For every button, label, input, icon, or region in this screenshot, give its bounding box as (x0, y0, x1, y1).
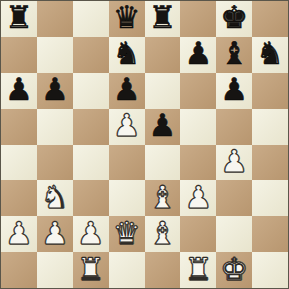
square-c1[interactable]: ♜ (73, 252, 109, 288)
piece-black-knight[interactable]: ♞ (113, 38, 141, 69)
square-g6[interactable]: ♟ (216, 73, 252, 109)
square-b5[interactable] (37, 109, 73, 145)
square-h3[interactable] (252, 180, 288, 216)
square-c2[interactable]: ♟ (73, 216, 109, 252)
square-g7[interactable]: ♝ (216, 37, 252, 73)
piece-white-pawn[interactable]: ♟ (184, 182, 212, 213)
square-g5[interactable] (216, 109, 252, 145)
piece-white-knight[interactable]: ♞ (41, 182, 69, 213)
square-f3[interactable]: ♟ (180, 180, 216, 216)
square-e3[interactable]: ♝ (145, 180, 181, 216)
square-e4[interactable] (145, 145, 181, 181)
square-a3[interactable] (1, 180, 37, 216)
square-b4[interactable] (37, 145, 73, 181)
piece-white-pawn[interactable]: ♟ (41, 218, 69, 249)
square-a5[interactable] (1, 109, 37, 145)
square-d4[interactable] (109, 145, 145, 181)
piece-black-bishop[interactable]: ♝ (220, 38, 248, 69)
square-h1[interactable] (252, 252, 288, 288)
piece-black-pawn[interactable]: ♟ (220, 74, 248, 105)
square-c5[interactable] (73, 109, 109, 145)
square-f2[interactable] (180, 216, 216, 252)
square-b2[interactable]: ♟ (37, 216, 73, 252)
piece-white-pawn[interactable]: ♟ (77, 218, 105, 249)
square-e8[interactable]: ♜ (145, 1, 181, 37)
square-a4[interactable] (1, 145, 37, 181)
square-h7[interactable]: ♞ (252, 37, 288, 73)
piece-black-knight[interactable]: ♞ (256, 38, 284, 69)
square-d6[interactable]: ♟ (109, 73, 145, 109)
square-b8[interactable] (37, 1, 73, 37)
square-b7[interactable] (37, 37, 73, 73)
square-d7[interactable]: ♞ (109, 37, 145, 73)
square-b6[interactable]: ♟ (37, 73, 73, 109)
piece-black-rook[interactable]: ♜ (149, 2, 177, 33)
piece-white-queen[interactable]: ♛ (113, 218, 141, 249)
piece-black-pawn[interactable]: ♟ (5, 74, 33, 105)
square-d5[interactable]: ♟ (109, 109, 145, 145)
piece-white-rook[interactable]: ♜ (77, 254, 105, 285)
square-d8[interactable]: ♛ (109, 1, 145, 37)
square-g2[interactable] (216, 216, 252, 252)
square-a1[interactable] (1, 252, 37, 288)
square-c3[interactable] (73, 180, 109, 216)
square-d2[interactable]: ♛ (109, 216, 145, 252)
square-h8[interactable] (252, 1, 288, 37)
square-h2[interactable] (252, 216, 288, 252)
square-f4[interactable] (180, 145, 216, 181)
piece-black-pawn[interactable]: ♟ (184, 38, 212, 69)
square-c4[interactable] (73, 145, 109, 181)
square-g1[interactable]: ♚ (216, 252, 252, 288)
piece-black-rook[interactable]: ♜ (5, 2, 33, 33)
square-f6[interactable] (180, 73, 216, 109)
square-h4[interactable] (252, 145, 288, 181)
square-f8[interactable] (180, 1, 216, 37)
square-b3[interactable]: ♞ (37, 180, 73, 216)
square-e5[interactable]: ♟ (145, 109, 181, 145)
piece-white-rook[interactable]: ♜ (184, 254, 212, 285)
piece-black-pawn[interactable]: ♟ (41, 74, 69, 105)
square-d1[interactable] (109, 252, 145, 288)
piece-white-bishop[interactable]: ♝ (149, 218, 177, 249)
square-f7[interactable]: ♟ (180, 37, 216, 73)
piece-white-pawn[interactable]: ♟ (113, 110, 141, 141)
square-a6[interactable]: ♟ (1, 73, 37, 109)
square-a7[interactable] (1, 37, 37, 73)
square-f1[interactable]: ♜ (180, 252, 216, 288)
piece-white-pawn[interactable]: ♟ (5, 218, 33, 249)
square-h5[interactable] (252, 109, 288, 145)
piece-white-bishop[interactable]: ♝ (149, 182, 177, 213)
square-g8[interactable]: ♚ (216, 1, 252, 37)
square-d3[interactable] (109, 180, 145, 216)
piece-white-pawn[interactable]: ♟ (220, 146, 248, 177)
square-e6[interactable] (145, 73, 181, 109)
square-c7[interactable] (73, 37, 109, 73)
square-e7[interactable] (145, 37, 181, 73)
square-b1[interactable] (37, 252, 73, 288)
piece-black-queen[interactable]: ♛ (113, 2, 141, 33)
piece-black-pawn[interactable]: ♟ (113, 74, 141, 105)
square-h6[interactable] (252, 73, 288, 109)
piece-black-king[interactable]: ♚ (220, 2, 248, 33)
square-a2[interactable]: ♟ (1, 216, 37, 252)
square-e1[interactable] (145, 252, 181, 288)
piece-black-pawn[interactable]: ♟ (149, 110, 177, 141)
chess-board: ♜♛♜♚♞♟♝♞♟♟♟♟♟♟♟♞♝♟♟♟♟♛♝♜♜♚ (0, 0, 289, 289)
square-g3[interactable] (216, 180, 252, 216)
square-e2[interactable]: ♝ (145, 216, 181, 252)
piece-white-king[interactable]: ♚ (220, 254, 248, 285)
square-c8[interactable] (73, 1, 109, 37)
square-f5[interactable] (180, 109, 216, 145)
square-g4[interactable]: ♟ (216, 145, 252, 181)
square-c6[interactable] (73, 73, 109, 109)
square-a8[interactable]: ♜ (1, 1, 37, 37)
